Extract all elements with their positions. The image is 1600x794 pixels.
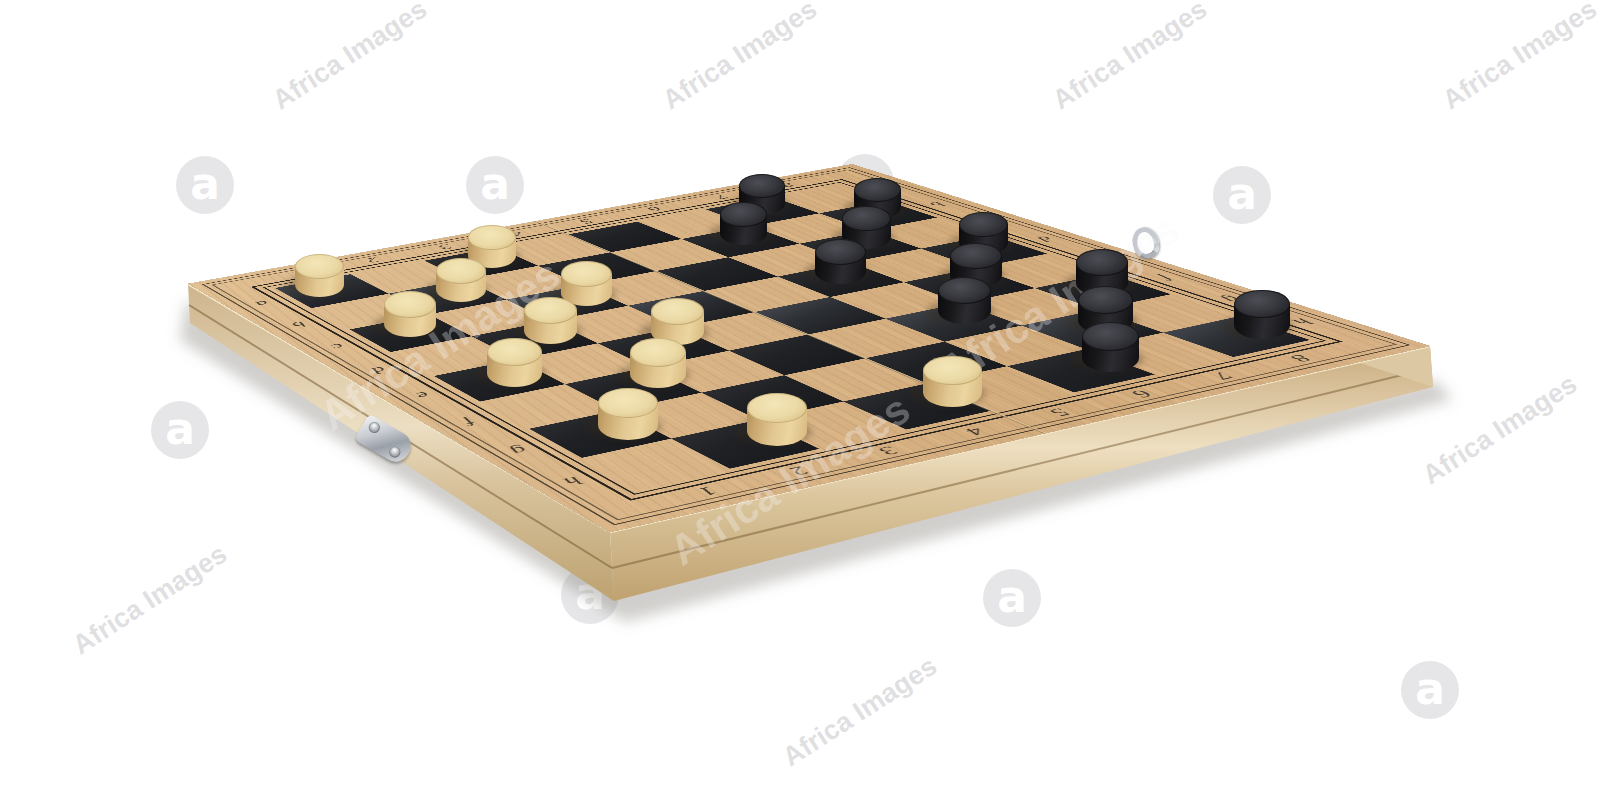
checker-dark-f6[interactable] xyxy=(938,277,992,327)
piece-top xyxy=(923,356,982,386)
piece-top xyxy=(436,258,486,283)
coordinate-label: 3 xyxy=(855,440,922,462)
piece-top xyxy=(739,174,785,197)
checker-dark-h6[interactable] xyxy=(1082,322,1139,376)
coordinate-label: g xyxy=(489,440,551,461)
coordinate-label: 2 xyxy=(766,460,833,482)
checker-dark-b6[interactable] xyxy=(720,202,768,247)
checker-light-b2[interactable] xyxy=(436,258,486,305)
piece-top xyxy=(561,261,612,287)
piece-top xyxy=(295,254,344,279)
checker-light-h2[interactable] xyxy=(747,393,807,450)
piece-top xyxy=(854,178,901,202)
coordinate-label: c xyxy=(312,338,365,355)
piece-top xyxy=(468,225,516,249)
checker-dark-d6[interactable] xyxy=(815,239,866,287)
coordinate-label: 8 xyxy=(1268,349,1334,368)
piece-top xyxy=(959,212,1009,237)
coordinate-label: d xyxy=(1018,232,1073,246)
piece-top xyxy=(1078,286,1133,314)
coordinate-label: 5 xyxy=(562,215,610,228)
coordinate-label: 7 xyxy=(1190,366,1256,385)
checker-light-h4[interactable] xyxy=(923,356,982,411)
checker-dark-h8[interactable] xyxy=(1234,290,1290,342)
piece-top xyxy=(842,206,891,231)
checker-light-f2[interactable] xyxy=(630,338,686,391)
coordinate-label: b xyxy=(274,317,325,333)
coordinate-label: a xyxy=(238,296,287,311)
coordinate-label: e xyxy=(395,386,452,405)
coordinate-label: 5 xyxy=(1027,402,1094,422)
coordinate-label: 6 xyxy=(631,203,679,215)
piece-top xyxy=(950,243,1001,269)
piece-top xyxy=(938,277,992,304)
piece-top xyxy=(1234,290,1290,318)
coordinate-label: f xyxy=(1137,270,1196,285)
coordinate-label: f xyxy=(440,412,499,432)
coordinate-label: 4 xyxy=(942,421,1009,442)
metal-clasp-hook xyxy=(1125,225,1157,257)
coordinate-label: d xyxy=(352,361,407,379)
coordinate-label: 2 xyxy=(349,253,397,267)
checker-light-g1[interactable] xyxy=(598,388,657,444)
piece-top xyxy=(1082,322,1139,351)
coordinate-label: 6 xyxy=(1109,384,1176,404)
piece-top xyxy=(651,298,705,325)
coordinate-label: b xyxy=(912,198,963,211)
coordinate-label: 1 xyxy=(675,480,742,503)
piece-top xyxy=(384,291,436,317)
piece-top xyxy=(487,338,542,366)
coordinate-label: h xyxy=(541,470,605,493)
piece-top xyxy=(815,239,866,265)
piece-top xyxy=(1076,249,1128,276)
piece-top xyxy=(720,202,768,226)
piece-top xyxy=(630,338,686,366)
checker-light-a1[interactable] xyxy=(295,254,344,300)
piece-top xyxy=(747,393,807,424)
piece-top xyxy=(598,388,657,418)
checker-light-e1[interactable] xyxy=(487,338,542,390)
checker-light-c1[interactable] xyxy=(384,291,436,340)
